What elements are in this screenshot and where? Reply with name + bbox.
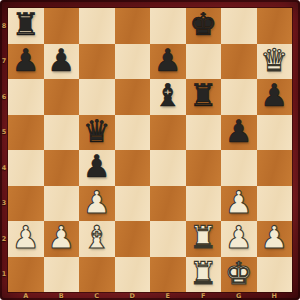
square-e2[interactable] <box>150 221 186 257</box>
square-e8[interactable] <box>150 8 186 44</box>
white-pawn-c3[interactable]: ♟ <box>83 187 111 218</box>
square-a6[interactable] <box>8 79 44 115</box>
white-king-g1[interactable]: ♚ <box>225 258 253 289</box>
square-e6[interactable]: ♝ <box>150 79 186 115</box>
square-e1[interactable] <box>150 257 186 293</box>
square-d6[interactable] <box>115 79 151 115</box>
square-d5[interactable] <box>115 115 151 151</box>
white-pawn-b2[interactable]: ♟ <box>47 222 75 253</box>
square-d7[interactable] <box>115 44 151 80</box>
square-h1[interactable] <box>257 257 293 293</box>
white-pawn-h2[interactable]: ♟ <box>260 222 288 253</box>
rank-label-5: 5 <box>0 115 8 151</box>
file-label-h: H <box>257 292 293 300</box>
square-c2[interactable]: ♝ <box>79 221 115 257</box>
square-f7[interactable] <box>186 44 222 80</box>
white-pawn-a2[interactable]: ♟ <box>12 222 40 253</box>
square-c4[interactable]: ♟ <box>79 150 115 186</box>
square-f3[interactable] <box>186 186 222 222</box>
square-b3[interactable] <box>44 186 80 222</box>
black-pawn-a7[interactable]: ♟ <box>12 45 40 76</box>
square-d4[interactable] <box>115 150 151 186</box>
square-d2[interactable] <box>115 221 151 257</box>
square-h4[interactable] <box>257 150 293 186</box>
file-label-f: F <box>186 292 222 300</box>
square-a4[interactable] <box>8 150 44 186</box>
square-b2[interactable]: ♟ <box>44 221 80 257</box>
square-g1[interactable]: ♚ <box>221 257 257 293</box>
square-a3[interactable] <box>8 186 44 222</box>
square-a1[interactable] <box>8 257 44 293</box>
square-a7[interactable]: ♟ <box>8 44 44 80</box>
square-b1[interactable] <box>44 257 80 293</box>
square-c6[interactable] <box>79 79 115 115</box>
black-pawn-c4[interactable]: ♟ <box>83 151 111 182</box>
square-g5[interactable]: ♟ <box>221 115 257 151</box>
rank-label-7: 7 <box>0 44 8 80</box>
chess-board-frame: ♜♚♟♟♟♛♝♜♟♛♟♟♟♟♟♟♝♜♟♟♜♚ 87654321ABCDEFGH <box>0 0 300 300</box>
file-label-c: C <box>79 292 115 300</box>
square-f6[interactable]: ♜ <box>186 79 222 115</box>
black-rook-f6[interactable]: ♜ <box>189 80 217 111</box>
black-bishop-e6[interactable]: ♝ <box>154 80 182 111</box>
file-label-g: G <box>221 292 257 300</box>
rank-label-3: 3 <box>0 186 8 222</box>
square-d3[interactable] <box>115 186 151 222</box>
square-e7[interactable]: ♟ <box>150 44 186 80</box>
square-f1[interactable]: ♜ <box>186 257 222 293</box>
square-a2[interactable]: ♟ <box>8 221 44 257</box>
square-e3[interactable] <box>150 186 186 222</box>
black-king-f8[interactable]: ♚ <box>189 9 217 40</box>
rank-label-1: 1 <box>0 257 8 293</box>
white-queen-h7[interactable]: ♛ <box>260 45 288 76</box>
file-label-e: E <box>150 292 186 300</box>
white-pawn-g3[interactable]: ♟ <box>225 187 253 218</box>
square-d1[interactable] <box>115 257 151 293</box>
square-g2[interactable]: ♟ <box>221 221 257 257</box>
square-d8[interactable] <box>115 8 151 44</box>
file-label-d: D <box>115 292 151 300</box>
square-b7[interactable]: ♟ <box>44 44 80 80</box>
square-b5[interactable] <box>44 115 80 151</box>
square-c3[interactable]: ♟ <box>79 186 115 222</box>
black-pawn-b7[interactable]: ♟ <box>47 45 75 76</box>
file-label-b: B <box>44 292 80 300</box>
black-rook-a8[interactable]: ♜ <box>12 9 40 40</box>
square-f5[interactable] <box>186 115 222 151</box>
square-f2[interactable]: ♜ <box>186 221 222 257</box>
square-g4[interactable] <box>221 150 257 186</box>
square-g3[interactable]: ♟ <box>221 186 257 222</box>
square-b4[interactable] <box>44 150 80 186</box>
square-h3[interactable] <box>257 186 293 222</box>
square-b6[interactable] <box>44 79 80 115</box>
square-g6[interactable] <box>221 79 257 115</box>
square-c7[interactable] <box>79 44 115 80</box>
black-pawn-h6[interactable]: ♟ <box>260 80 288 111</box>
square-c1[interactable] <box>79 257 115 293</box>
square-e4[interactable] <box>150 150 186 186</box>
square-h6[interactable]: ♟ <box>257 79 293 115</box>
black-queen-c5[interactable]: ♛ <box>83 116 111 147</box>
square-f4[interactable] <box>186 150 222 186</box>
white-bishop-c2[interactable]: ♝ <box>83 222 111 253</box>
white-rook-f1[interactable]: ♜ <box>189 258 217 289</box>
black-pawn-e7[interactable]: ♟ <box>154 45 182 76</box>
square-c5[interactable]: ♛ <box>79 115 115 151</box>
square-g8[interactable] <box>221 8 257 44</box>
rank-label-4: 4 <box>0 150 8 186</box>
square-a5[interactable] <box>8 115 44 151</box>
square-a8[interactable]: ♜ <box>8 8 44 44</box>
square-c8[interactable] <box>79 8 115 44</box>
file-label-a: A <box>8 292 44 300</box>
square-g7[interactable] <box>221 44 257 80</box>
square-h8[interactable] <box>257 8 293 44</box>
rank-label-2: 2 <box>0 221 8 257</box>
square-b8[interactable] <box>44 8 80 44</box>
rank-label-8: 8 <box>0 8 8 44</box>
white-pawn-g2[interactable]: ♟ <box>225 222 253 253</box>
square-e5[interactable] <box>150 115 186 151</box>
square-h2[interactable]: ♟ <box>257 221 293 257</box>
square-f8[interactable]: ♚ <box>186 8 222 44</box>
square-h7[interactable]: ♛ <box>257 44 293 80</box>
chess-board: ♜♚♟♟♟♛♝♜♟♛♟♟♟♟♟♟♝♜♟♟♜♚ <box>8 8 292 292</box>
rank-label-6: 6 <box>0 79 8 115</box>
white-rook-f2[interactable]: ♜ <box>189 222 217 253</box>
black-pawn-g5[interactable]: ♟ <box>225 116 253 147</box>
square-h5[interactable] <box>257 115 293 151</box>
